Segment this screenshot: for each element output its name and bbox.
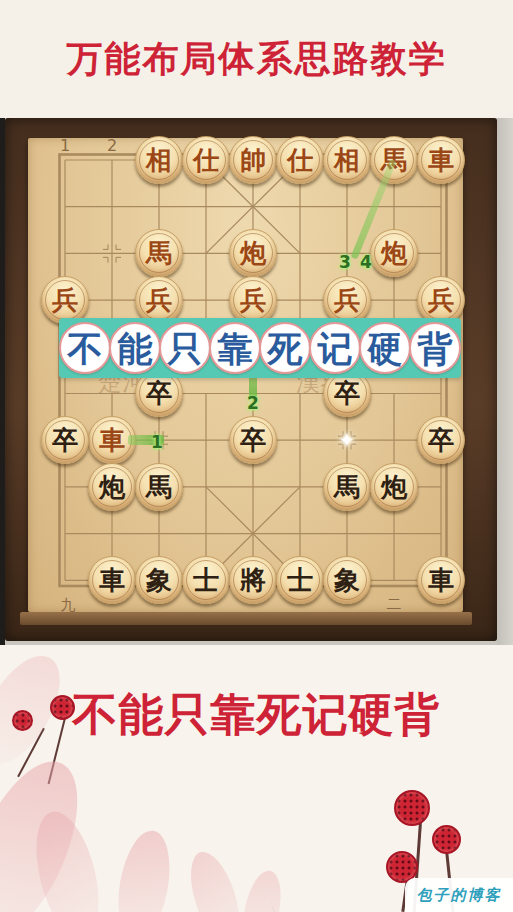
watermark-text: 包子的博客 (417, 886, 502, 905)
piece-black-車[interactable]: 車 (417, 556, 465, 604)
piece-black-卒[interactable]: 卒 (417, 416, 465, 464)
piece-glyph: 仕 (193, 147, 219, 173)
banner-char: 只 (168, 331, 203, 366)
watermark-badge: 包子的博客 (405, 878, 513, 912)
piece-black-象[interactable]: 象 (135, 556, 183, 604)
piece-glyph: 兵 (146, 287, 172, 313)
caption-banner: 不能只靠死记硬背 (59, 318, 461, 378)
banner-circle: 背 (409, 322, 461, 374)
piece-red-車[interactable]: 車 (417, 136, 465, 184)
banner-circle: 能 (109, 322, 161, 374)
banner-char: 死 (268, 331, 303, 366)
piece-glyph: 象 (146, 567, 172, 593)
piece-red-仕[interactable]: 仕 (182, 136, 230, 184)
piece-red-帥[interactable]: 帥 (229, 136, 277, 184)
piece-red-兵[interactable]: 兵 (229, 276, 277, 324)
piece-red-兵[interactable]: 兵 (41, 276, 89, 324)
pink-leaf (111, 827, 177, 912)
move-number-4: 4 (360, 252, 372, 272)
piece-glyph: 相 (146, 147, 172, 173)
banner-char: 能 (118, 331, 153, 366)
top-title-band: 万能布局体系思路教学 (0, 0, 513, 118)
move-number-2: 2 (247, 393, 259, 413)
piece-glyph: 仕 (287, 147, 313, 173)
piece-glyph: 卒 (52, 427, 78, 453)
piece-black-士[interactable]: 士 (276, 556, 324, 604)
piece-glyph: 車 (99, 567, 125, 593)
banner-circle: 靠 (209, 322, 261, 374)
piece-glyph: 兵 (334, 287, 360, 313)
banner-char: 背 (418, 331, 453, 366)
piece-red-馬[interactable]: 馬 (135, 229, 183, 277)
piece-glyph: 炮 (99, 474, 125, 500)
piece-glyph: 兵 (240, 287, 266, 313)
piece-red-兵[interactable]: 兵 (135, 276, 183, 324)
piece-black-將[interactable]: 將 (229, 556, 277, 604)
piece-glyph: 馬 (146, 240, 172, 266)
piece-glyph: 相 (334, 147, 360, 173)
piece-black-卒[interactable]: 卒 (41, 416, 89, 464)
highlight-sparkle-icon: ✦ (339, 428, 356, 452)
piece-black-車[interactable]: 車 (88, 556, 136, 604)
piece-glyph: 馬 (334, 474, 360, 500)
piece-glyph: 馬 (146, 474, 172, 500)
red-flower-icon (432, 825, 461, 854)
piece-glyph: 炮 (240, 240, 266, 266)
piece-glyph: 車 (428, 567, 454, 593)
banner-circle: 死 (259, 322, 311, 374)
piece-glyph: 炮 (381, 474, 407, 500)
piece-glyph: 卒 (334, 380, 360, 406)
piece-black-象[interactable]: 象 (323, 556, 371, 604)
piece-black-炮[interactable]: 炮 (88, 463, 136, 511)
piece-glyph: 卒 (428, 427, 454, 453)
piece-red-仕[interactable]: 仕 (276, 136, 324, 184)
piece-glyph: 士 (193, 567, 219, 593)
move-number-3: 3 (339, 252, 351, 272)
piece-glyph: 士 (287, 567, 313, 593)
piece-red-相[interactable]: 相 (323, 136, 371, 184)
piece-red-炮[interactable]: 炮 (229, 229, 277, 277)
piece-glyph: 將 (240, 567, 266, 593)
banner-char: 记 (318, 331, 353, 366)
piece-black-卒[interactable]: 卒 (229, 416, 277, 464)
banner-circle: 不 (59, 322, 111, 374)
piece-red-相[interactable]: 相 (135, 136, 183, 184)
banner-circle: 只 (159, 322, 211, 374)
banner-char: 硬 (368, 331, 403, 366)
piece-black-士[interactable]: 士 (182, 556, 230, 604)
piece-glyph: 兵 (52, 287, 78, 313)
red-flower-icon (394, 790, 430, 826)
pink-leaf (181, 846, 248, 912)
move-number-1: 1 (151, 432, 163, 452)
piece-glyph: 卒 (240, 427, 266, 453)
banner-circle: 记 (309, 322, 361, 374)
top-title: 万能布局体系思路教学 (67, 35, 447, 84)
piece-black-馬[interactable]: 馬 (135, 463, 183, 511)
bottom-title: 不能只靠死记硬背 (0, 685, 513, 745)
piece-glyph: 象 (334, 567, 360, 593)
piece-red-兵[interactable]: 兵 (323, 276, 371, 324)
piece-glyph: 炮 (381, 240, 407, 266)
piece-red-兵[interactable]: 兵 (417, 276, 465, 324)
piece-glyph: 帥 (240, 147, 266, 173)
banner-char: 不 (68, 331, 103, 366)
piece-glyph: 車 (99, 427, 125, 453)
piece-black-馬[interactable]: 馬 (323, 463, 371, 511)
piece-red-炮[interactable]: 炮 (370, 229, 418, 277)
piece-glyph: 車 (428, 147, 454, 173)
bottom-band: 不能只靠死记硬背 包子的博客 (0, 645, 513, 912)
banner-circle: 硬 (359, 322, 411, 374)
banner-char: 靠 (218, 331, 253, 366)
xiangqi-board-photo: 1 2 九 二 楚河 漢界 相仕帥仕相馬車馬炮炮兵兵兵兵兵車卒卒卒卒卒炮馬馬炮車… (0, 118, 513, 645)
piece-glyph: 兵 (428, 287, 454, 313)
piece-black-炮[interactable]: 炮 (370, 463, 418, 511)
piece-glyph: 卒 (146, 380, 172, 406)
